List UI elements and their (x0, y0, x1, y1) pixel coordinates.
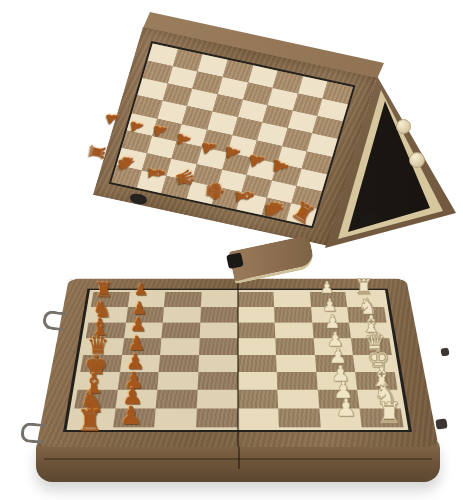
square (238, 307, 275, 322)
square (318, 390, 360, 408)
square (274, 292, 311, 307)
square (358, 390, 401, 408)
square (276, 355, 316, 372)
square (316, 372, 357, 390)
white-piece-knob (396, 119, 411, 134)
white-piece-knob (409, 152, 425, 168)
chess-set-product-photo: ♟♟♟♟♟♟♟♟♜♞♝♛♚♝♞♜ ♜♞♝♛♚♝♞♜♟♟♟♟♟♟♟♟♟♟♟♟♟♟♟… (0, 0, 463, 500)
clasp-latch (359, 213, 376, 226)
square (312, 322, 351, 338)
folded-board-front-face (93, 27, 376, 246)
square (275, 338, 314, 355)
square (347, 307, 386, 322)
side-joint-line (44, 458, 432, 460)
clasp-latch (226, 252, 244, 269)
open-board-top (36, 279, 438, 447)
square (238, 355, 277, 372)
square (277, 372, 318, 390)
square (313, 338, 353, 355)
square (355, 372, 397, 390)
metal-hook (20, 422, 45, 444)
square (278, 408, 320, 427)
square (238, 322, 276, 338)
left-half-shading (36, 279, 237, 447)
square (346, 292, 384, 307)
square (310, 292, 348, 307)
square (238, 292, 275, 307)
square (353, 355, 394, 372)
square (275, 322, 314, 338)
latch-nub (435, 418, 447, 429)
folded-board-corner-fragment (228, 235, 315, 284)
square (238, 390, 279, 408)
square (349, 322, 389, 338)
square (238, 372, 278, 390)
square (351, 338, 392, 355)
square (274, 307, 312, 322)
square (315, 355, 356, 372)
square (278, 390, 320, 408)
square (238, 408, 280, 427)
square (311, 307, 350, 322)
latch-nub (440, 347, 449, 356)
square (238, 338, 277, 355)
square (360, 408, 404, 427)
metal-hook (42, 310, 66, 332)
square (319, 408, 362, 427)
